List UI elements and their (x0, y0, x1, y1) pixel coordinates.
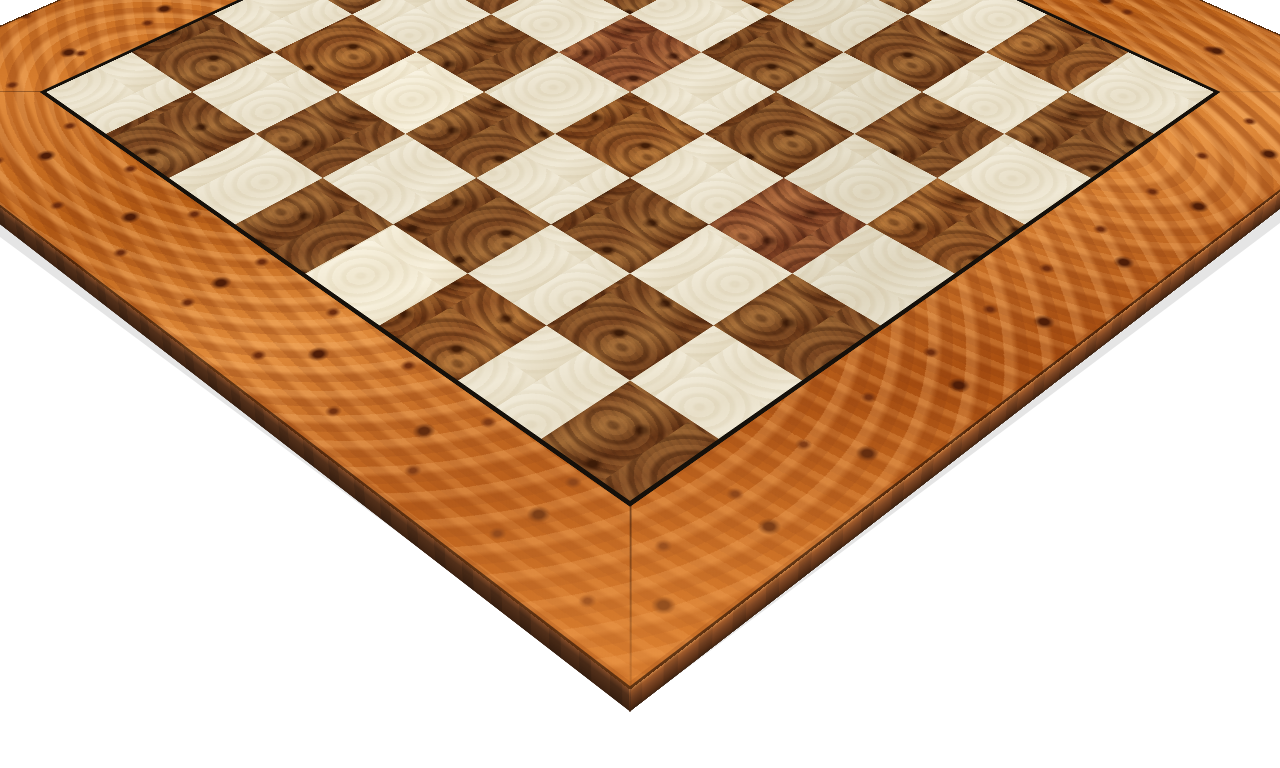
square-b3 (630, 224, 792, 325)
square-c2 (468, 224, 630, 325)
frame-miter-seam-right (1211, 92, 1280, 93)
square-b6 (855, 92, 1005, 178)
chess-board (0, 0, 1280, 690)
square-a2 (630, 325, 802, 438)
square-b4 (709, 178, 867, 274)
pinstripe-border (39, 0, 1220, 507)
square-d3 (476, 134, 630, 225)
square-a3 (713, 274, 880, 381)
squares-grid (46, 0, 1214, 501)
square-e2 (323, 134, 477, 225)
square-b1 (458, 325, 630, 438)
square-a1 (541, 380, 718, 500)
square-a5 (867, 178, 1025, 274)
product-photo-stage (0, 0, 1280, 768)
square-a6 (937, 134, 1091, 225)
square-c4 (630, 134, 784, 225)
square-d4 (555, 92, 705, 178)
square-g1 (106, 92, 256, 178)
square-e3 (405, 92, 555, 178)
square-c5 (705, 92, 855, 178)
square-d1 (305, 224, 467, 325)
square-c1 (380, 274, 547, 381)
square-c3 (551, 178, 709, 274)
square-f1 (169, 134, 323, 225)
frame-miter-seam-near (630, 500, 632, 690)
square-a4 (792, 224, 954, 325)
square-e1 (235, 178, 393, 274)
square-b5 (784, 134, 938, 225)
scene (0, 0, 1280, 768)
square-f2 (256, 92, 406, 178)
square-a7 (1004, 92, 1154, 178)
square-d2 (393, 178, 551, 274)
square-b2 (547, 274, 714, 381)
